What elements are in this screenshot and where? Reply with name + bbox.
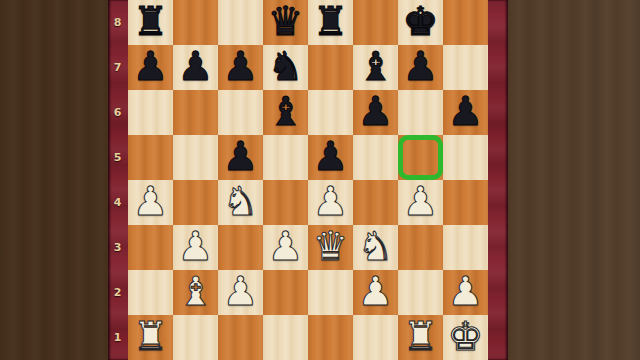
piece-white-queen[interactable]: ♛ [313, 224, 349, 269]
piece-white-knight[interactable]: ♞ [223, 179, 259, 224]
piece-black-pawn[interactable]: ♟ [448, 89, 484, 134]
square-f1[interactable] [353, 315, 398, 360]
square-d5[interactable] [263, 135, 308, 180]
square-g1[interactable]: ♜ [398, 315, 443, 360]
piece-black-pawn[interactable]: ♟ [223, 44, 259, 89]
piece-white-pawn[interactable]: ♟ [133, 179, 169, 224]
square-f5[interactable] [353, 135, 398, 180]
square-a8[interactable]: ♜ [128, 0, 173, 45]
square-c7[interactable]: ♟ [218, 45, 263, 90]
square-a6[interactable] [128, 90, 173, 135]
square-a7[interactable]: ♟ [128, 45, 173, 90]
piece-black-rook[interactable]: ♜ [133, 0, 169, 44]
square-f8[interactable] [353, 0, 398, 45]
piece-black-pawn[interactable]: ♟ [358, 89, 394, 134]
square-h6[interactable]: ♟ [443, 90, 488, 135]
square-e3[interactable]: ♛ [308, 225, 353, 270]
piece-black-pawn[interactable]: ♟ [178, 44, 214, 89]
square-b2[interactable]: ♝ [173, 270, 218, 315]
square-b5[interactable] [173, 135, 218, 180]
square-c8[interactable] [218, 0, 263, 45]
piece-white-rook[interactable]: ♜ [403, 314, 439, 359]
rank-label-2: 2 [108, 270, 127, 315]
square-d3[interactable]: ♟ [263, 225, 308, 270]
square-a3[interactable] [128, 225, 173, 270]
piece-black-pawn[interactable]: ♟ [223, 134, 259, 179]
chess-board: ♜♛♜♚♟♟♟♞♝♟♝♟♟♟♟♟♞♟♟♟♟♛♞♝♟♟♟♜♜♚ [128, 0, 488, 360]
piece-black-pawn[interactable]: ♟ [313, 134, 349, 179]
square-d2[interactable] [263, 270, 308, 315]
rank-label-5: 5 [108, 135, 127, 180]
piece-black-pawn[interactable]: ♟ [403, 44, 439, 89]
square-g3[interactable] [398, 225, 443, 270]
square-f7[interactable]: ♝ [353, 45, 398, 90]
square-d6[interactable]: ♝ [263, 90, 308, 135]
square-h1[interactable]: ♚ [443, 315, 488, 360]
square-b4[interactable] [173, 180, 218, 225]
square-g5[interactable] [398, 135, 443, 180]
piece-white-pawn[interactable]: ♟ [268, 224, 304, 269]
rank-label-7: 7 [108, 45, 127, 90]
square-b1[interactable] [173, 315, 218, 360]
square-a5[interactable] [128, 135, 173, 180]
piece-white-pawn[interactable]: ♟ [358, 269, 394, 314]
square-f3[interactable]: ♞ [353, 225, 398, 270]
square-h8[interactable] [443, 0, 488, 45]
square-c3[interactable] [218, 225, 263, 270]
square-d1[interactable] [263, 315, 308, 360]
square-h5[interactable] [443, 135, 488, 180]
square-a4[interactable]: ♟ [128, 180, 173, 225]
square-g8[interactable]: ♚ [398, 0, 443, 45]
square-g6[interactable] [398, 90, 443, 135]
rank-label-3: 3 [108, 225, 127, 270]
square-g7[interactable]: ♟ [398, 45, 443, 90]
square-b8[interactable] [173, 0, 218, 45]
square-h2[interactable]: ♟ [443, 270, 488, 315]
highlight-square-indicator [398, 135, 443, 180]
rank-label-1: 1 [108, 315, 127, 360]
square-c5[interactable]: ♟ [218, 135, 263, 180]
piece-black-pawn[interactable]: ♟ [133, 44, 169, 89]
square-d4[interactable] [263, 180, 308, 225]
square-g4[interactable]: ♟ [398, 180, 443, 225]
square-h7[interactable] [443, 45, 488, 90]
square-f4[interactable] [353, 180, 398, 225]
square-d7[interactable]: ♞ [263, 45, 308, 90]
square-e6[interactable] [308, 90, 353, 135]
square-a2[interactable] [128, 270, 173, 315]
square-h3[interactable] [443, 225, 488, 270]
square-f2[interactable]: ♟ [353, 270, 398, 315]
piece-white-knight[interactable]: ♞ [358, 224, 394, 269]
piece-black-king[interactable]: ♚ [403, 0, 439, 44]
chess-scene: ♜♛♜♚♟♟♟♞♝♟♝♟♟♟♟♟♞♟♟♟♟♛♞♝♟♟♟♜♜♚ 87654321 [0, 0, 640, 360]
square-e1[interactable] [308, 315, 353, 360]
square-c6[interactable] [218, 90, 263, 135]
piece-black-bishop[interactable]: ♝ [268, 89, 304, 134]
square-g2[interactable] [398, 270, 443, 315]
piece-black-queen[interactable]: ♛ [268, 0, 304, 44]
piece-black-knight[interactable]: ♞ [268, 44, 304, 89]
rank-labels: 87654321 [108, 0, 128, 360]
square-c1[interactable] [218, 315, 263, 360]
square-f6[interactable]: ♟ [353, 90, 398, 135]
rank-label-6: 6 [108, 90, 127, 135]
square-b6[interactable] [173, 90, 218, 135]
square-e8[interactable]: ♜ [308, 0, 353, 45]
piece-white-king[interactable]: ♚ [448, 314, 484, 359]
piece-white-bishop[interactable]: ♝ [178, 269, 214, 314]
piece-white-pawn[interactable]: ♟ [178, 224, 214, 269]
piece-white-pawn[interactable]: ♟ [313, 179, 349, 224]
piece-white-pawn[interactable]: ♟ [223, 269, 259, 314]
square-e4[interactable]: ♟ [308, 180, 353, 225]
piece-black-rook[interactable]: ♜ [313, 0, 349, 44]
piece-white-pawn[interactable]: ♟ [403, 179, 439, 224]
square-e2[interactable] [308, 270, 353, 315]
rank-label-8: 8 [108, 0, 127, 45]
piece-white-pawn[interactable]: ♟ [448, 269, 484, 314]
square-b3[interactable]: ♟ [173, 225, 218, 270]
piece-white-rook[interactable]: ♜ [133, 314, 169, 359]
square-c4[interactable]: ♞ [218, 180, 263, 225]
rank-label-4: 4 [108, 180, 127, 225]
square-d8[interactable]: ♛ [263, 0, 308, 45]
square-a1[interactable]: ♜ [128, 315, 173, 360]
square-e7[interactable] [308, 45, 353, 90]
square-h4[interactable] [443, 180, 488, 225]
square-e5[interactable]: ♟ [308, 135, 353, 180]
square-c2[interactable]: ♟ [218, 270, 263, 315]
square-b7[interactable]: ♟ [173, 45, 218, 90]
piece-black-bishop[interactable]: ♝ [358, 44, 394, 89]
